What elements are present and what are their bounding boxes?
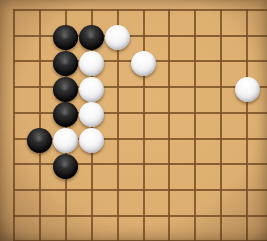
- grid-horizontal-line: [13, 163, 267, 165]
- grid-vertical-line: [143, 9, 145, 241]
- black-stone: [53, 77, 78, 102]
- grid-vertical-line: [39, 9, 41, 241]
- grid-vertical-line: [220, 9, 222, 241]
- grid-horizontal-line: [13, 215, 267, 217]
- grid-horizontal-line: [13, 112, 267, 114]
- white-stone: [235, 77, 260, 102]
- grid-horizontal-line: [13, 9, 267, 11]
- go-board[interactable]: [0, 0, 267, 241]
- grid-vertical-line: [246, 9, 248, 241]
- grid-horizontal-line: [13, 86, 267, 88]
- grid-horizontal-line: [13, 189, 267, 191]
- grid-vertical-line: [13, 9, 15, 241]
- grid-vertical-line: [194, 9, 196, 241]
- white-stone: [79, 77, 104, 102]
- grid-vertical-line: [168, 9, 170, 241]
- board-grid: [0, 0, 267, 241]
- black-stone: [53, 154, 78, 179]
- white-stone: [131, 51, 156, 76]
- grid-horizontal-line: [13, 35, 267, 37]
- white-stone: [79, 51, 104, 76]
